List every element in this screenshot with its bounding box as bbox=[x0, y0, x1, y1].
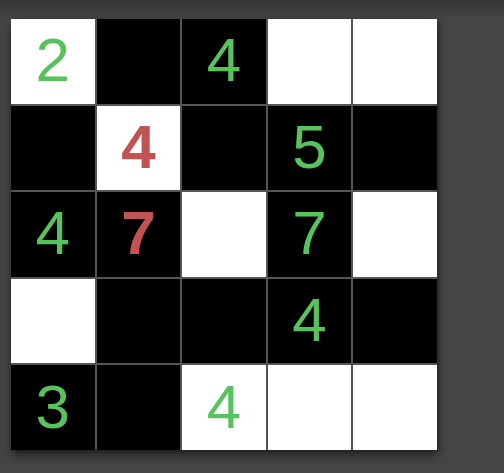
cell-r1c3[interactable]: 5 bbox=[268, 106, 352, 191]
clue-number: 5 bbox=[292, 116, 326, 178]
cell-r1c4[interactable] bbox=[353, 106, 437, 191]
top-shadow-band bbox=[0, 0, 504, 19]
cell-r2c3[interactable]: 7 bbox=[268, 192, 352, 277]
clue-number: 3 bbox=[36, 376, 70, 438]
cell-r0c4[interactable] bbox=[353, 19, 437, 104]
cell-r2c1[interactable]: 7 bbox=[97, 192, 181, 277]
clue-number: 4 bbox=[207, 376, 241, 438]
cell-r0c2[interactable]: 4 bbox=[182, 19, 266, 104]
clue-number: 4 bbox=[207, 29, 241, 91]
clue-number: 7 bbox=[121, 202, 155, 264]
cell-r4c3[interactable] bbox=[268, 365, 352, 450]
cell-r3c3[interactable]: 4 bbox=[268, 279, 352, 364]
clue-number: 4 bbox=[36, 202, 70, 264]
cell-r0c0[interactable]: 2 bbox=[11, 19, 95, 104]
cell-r1c1[interactable]: 4 bbox=[97, 106, 181, 191]
cell-r2c4[interactable] bbox=[353, 192, 437, 277]
cell-r0c1[interactable] bbox=[97, 19, 181, 104]
cell-r4c1[interactable] bbox=[97, 365, 181, 450]
cell-r3c1[interactable] bbox=[97, 279, 181, 364]
cell-r3c4[interactable] bbox=[353, 279, 437, 364]
clue-number: 7 bbox=[292, 202, 326, 264]
clue-number: 2 bbox=[36, 29, 70, 91]
cell-r1c0[interactable] bbox=[11, 106, 95, 191]
cell-r2c0[interactable]: 4 bbox=[11, 192, 95, 277]
clue-number: 4 bbox=[121, 116, 155, 178]
cell-r4c0[interactable]: 3 bbox=[11, 365, 95, 450]
cell-r1c2[interactable] bbox=[182, 106, 266, 191]
cell-r3c0[interactable] bbox=[11, 279, 95, 364]
clue-number: 4 bbox=[292, 289, 326, 351]
cell-r4c4[interactable] bbox=[353, 365, 437, 450]
cell-r4c2[interactable]: 4 bbox=[182, 365, 266, 450]
cell-r3c2[interactable] bbox=[182, 279, 266, 364]
cell-r0c3[interactable] bbox=[268, 19, 352, 104]
cell-r2c2[interactable] bbox=[182, 192, 266, 277]
mosaic-board: 2445477434 bbox=[11, 19, 437, 450]
